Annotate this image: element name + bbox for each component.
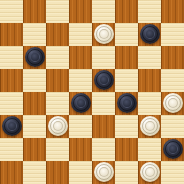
checkers-board: [0, 0, 184, 184]
square-h6[interactable]: [161, 46, 184, 69]
square-h7: [161, 23, 184, 46]
square-e3[interactable]: [92, 115, 115, 138]
square-g7[interactable]: [138, 23, 161, 46]
square-b8[interactable]: [23, 0, 46, 23]
square-f7: [115, 23, 138, 46]
square-f3: [115, 115, 138, 138]
square-b3: [23, 115, 46, 138]
black-man-f4[interactable]: [117, 93, 137, 113]
square-g4: [138, 92, 161, 115]
square-e2: [92, 138, 115, 161]
square-g2: [138, 138, 161, 161]
square-d6[interactable]: [69, 46, 92, 69]
square-g1[interactable]: [138, 161, 161, 184]
square-e7[interactable]: [92, 23, 115, 46]
square-c2: [46, 138, 69, 161]
white-man-g1[interactable]: [140, 162, 160, 182]
square-c1[interactable]: [46, 161, 69, 184]
square-h4[interactable]: [161, 92, 184, 115]
square-b6[interactable]: [23, 46, 46, 69]
white-man-c3[interactable]: [48, 116, 68, 136]
square-a6: [0, 46, 23, 69]
white-man-e7[interactable]: [94, 24, 114, 44]
square-c6: [46, 46, 69, 69]
square-a7[interactable]: [0, 23, 23, 46]
square-g6: [138, 46, 161, 69]
square-b7: [23, 23, 46, 46]
square-e5[interactable]: [92, 69, 115, 92]
square-c8: [46, 0, 69, 23]
square-e6: [92, 46, 115, 69]
square-h1: [161, 161, 184, 184]
square-h2[interactable]: [161, 138, 184, 161]
black-man-h2[interactable]: [163, 139, 183, 159]
black-man-e5[interactable]: [94, 70, 114, 90]
square-g3[interactable]: [138, 115, 161, 138]
square-d4[interactable]: [69, 92, 92, 115]
square-c3[interactable]: [46, 115, 69, 138]
square-e8: [92, 0, 115, 23]
square-d3: [69, 115, 92, 138]
square-h5: [161, 69, 184, 92]
square-b5: [23, 69, 46, 92]
square-e4: [92, 92, 115, 115]
square-d8[interactable]: [69, 0, 92, 23]
square-a1[interactable]: [0, 161, 23, 184]
square-f1: [115, 161, 138, 184]
white-man-g3[interactable]: [140, 116, 160, 136]
square-c7[interactable]: [46, 23, 69, 46]
square-c4: [46, 92, 69, 115]
square-h3: [161, 115, 184, 138]
square-a2: [0, 138, 23, 161]
square-f5: [115, 69, 138, 92]
square-a4: [0, 92, 23, 115]
square-a3[interactable]: [0, 115, 23, 138]
square-c5[interactable]: [46, 69, 69, 92]
square-b4[interactable]: [23, 92, 46, 115]
square-d5: [69, 69, 92, 92]
square-a5[interactable]: [0, 69, 23, 92]
square-h8[interactable]: [161, 0, 184, 23]
square-g5[interactable]: [138, 69, 161, 92]
black-man-b6[interactable]: [25, 47, 45, 67]
square-g8: [138, 0, 161, 23]
square-d7: [69, 23, 92, 46]
black-man-a3[interactable]: [2, 116, 22, 136]
black-man-d4[interactable]: [71, 93, 91, 113]
square-d1: [69, 161, 92, 184]
black-man-g7[interactable]: [140, 24, 160, 44]
square-a8: [0, 0, 23, 23]
square-f4[interactable]: [115, 92, 138, 115]
square-b2[interactable]: [23, 138, 46, 161]
white-man-h4[interactable]: [163, 93, 183, 113]
square-b1: [23, 161, 46, 184]
square-e1[interactable]: [92, 161, 115, 184]
white-man-e1[interactable]: [94, 162, 114, 182]
square-f8[interactable]: [115, 0, 138, 23]
square-d2[interactable]: [69, 138, 92, 161]
square-f2[interactable]: [115, 138, 138, 161]
square-f6[interactable]: [115, 46, 138, 69]
